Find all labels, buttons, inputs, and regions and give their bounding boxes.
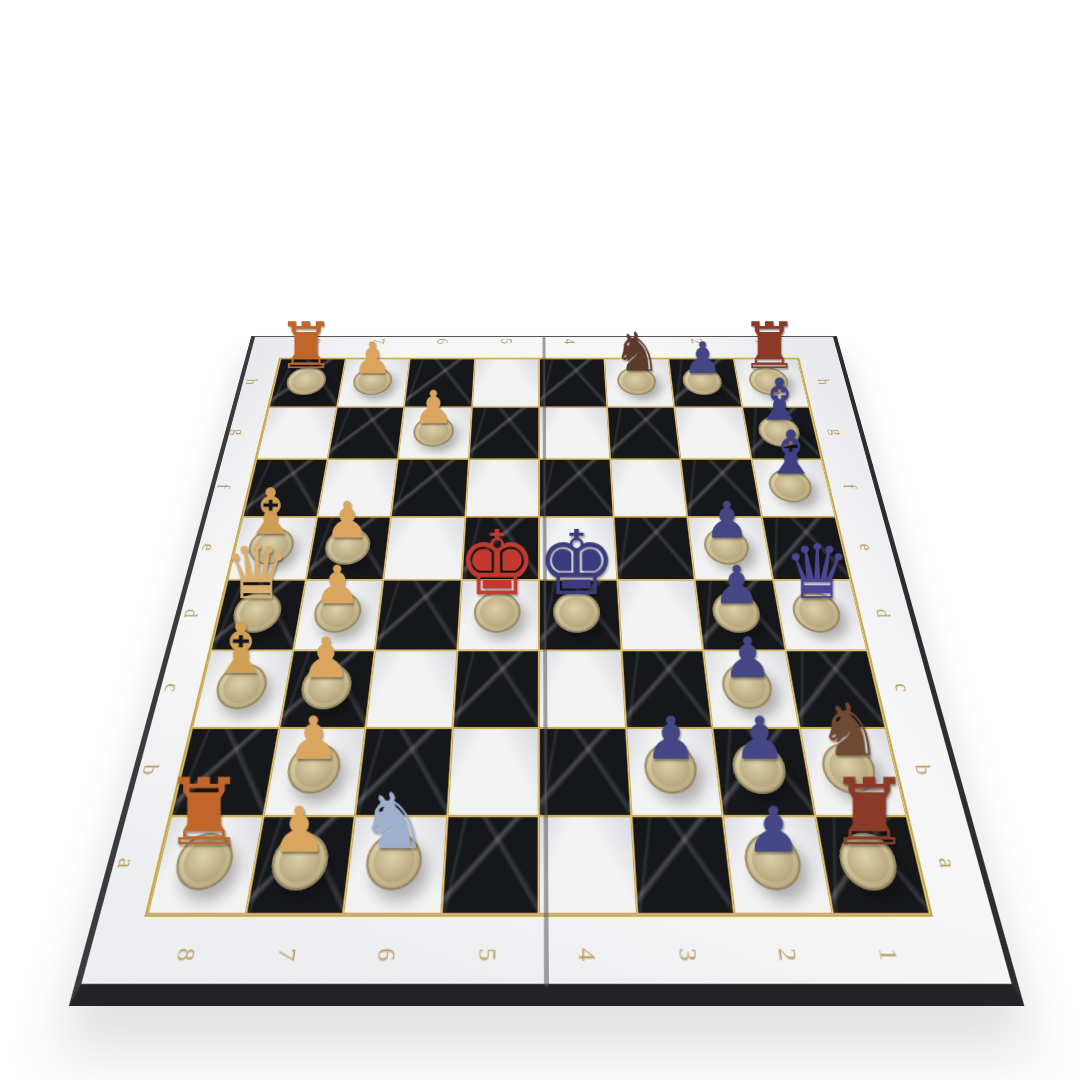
pieces-layer: ♜♝♛♝♜♟♟♟♟♟♟♟♞♚♜♞♛♝♝♜♞♚♟♟♟♟♟♟♟ <box>146 358 927 912</box>
front-rank-label-7: 7 <box>273 948 299 961</box>
left-file-label-b: b <box>139 765 163 776</box>
front-rank-label-4: 4 <box>575 948 600 961</box>
white-pawn-figure: ♟ <box>313 555 361 616</box>
chess-board: 8765432187654321abcdefghabcdefgh ♜♝♛♝♜♟♟… <box>69 336 1024 1006</box>
right-file-label-h: h <box>815 379 832 385</box>
black-pawn-figure: ♟ <box>644 704 697 772</box>
front-rank-label-6: 6 <box>374 948 399 961</box>
right-file-label-f: f <box>840 484 859 489</box>
right-file-label-d: d <box>873 609 895 617</box>
left-file-label-d: d <box>181 609 203 617</box>
white-queen-figure: ♛ <box>223 528 291 616</box>
front-rank-label-5: 5 <box>475 948 500 961</box>
front-rank-label-1: 1 <box>875 948 902 961</box>
right-file-label-g: g <box>828 429 846 435</box>
black-queen-figure: ♛ <box>783 528 851 616</box>
front-rank-label-8: 8 <box>173 948 200 961</box>
front-rank-label-3: 3 <box>675 948 700 961</box>
left-file-label-f: f <box>214 484 233 489</box>
front-rank-label-2: 2 <box>775 948 801 961</box>
white-pawn-figure: ♟ <box>271 793 327 866</box>
back-rank-label-8: 8 <box>307 339 324 344</box>
black-pawn-figure: ♟ <box>713 555 761 616</box>
back-rank-label-2: 2 <box>689 339 705 344</box>
black-king-figure: ♚ <box>537 511 617 616</box>
left-file-label-h: h <box>243 379 260 385</box>
white-king-figure: ♚ <box>457 511 537 616</box>
black-pawn-figure: ♟ <box>723 625 773 690</box>
left-file-label-c: c <box>161 683 184 691</box>
back-rank-label-4: 4 <box>562 339 578 344</box>
white-bishop-figure: ♝ <box>209 607 273 690</box>
white-rook-figure: ♜ <box>163 758 245 866</box>
left-file-label-a: a <box>113 857 139 868</box>
left-file-label-g: g <box>230 429 248 435</box>
white-pawn-figure: ♟ <box>287 704 340 772</box>
black-rook-figure: ♜ <box>827 758 909 866</box>
right-file-label-a: a <box>934 857 960 868</box>
right-file-label-b: b <box>912 765 936 776</box>
black-pawn-figure: ♟ <box>746 793 802 866</box>
back-rank-label-5: 5 <box>499 339 515 344</box>
black-pawn-figure: ♟ <box>733 704 786 772</box>
right-file-label-e: e <box>856 544 876 551</box>
back-rank-label-3: 3 <box>626 339 642 344</box>
photo-stage: 8765432187654321abcdefghabcdefgh ♜♝♛♝♜♟♟… <box>0 0 1080 1080</box>
white-knight-figure: ♞ <box>359 776 428 865</box>
left-file-label-e: e <box>198 544 218 551</box>
back-rank-label-1: 1 <box>753 339 770 344</box>
right-file-label-c: c <box>891 683 914 691</box>
back-rank-label-7: 7 <box>371 339 387 344</box>
white-pawn-figure: ♟ <box>301 625 351 690</box>
back-rank-label-6: 6 <box>435 339 451 344</box>
